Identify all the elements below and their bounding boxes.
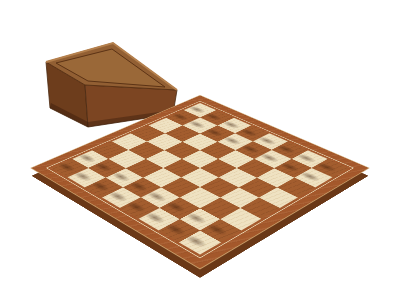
square-h1[interactable]: ♜ <box>179 230 221 254</box>
piece-glyph: ♜ <box>171 182 228 246</box>
chess-set-photo-stage: ♜♞♝♛♚♝♞♜♟♟♟♟♟♟♟♟♟♟♟♟♟♟♟♟♜♞♝♛♚♝♞♜ <box>0 0 400 300</box>
square-h6[interactable] <box>277 177 315 197</box>
piece-glyph: ♟ <box>292 134 334 181</box>
chess-board: ♜♞♝♛♚♝♞♜♟♟♟♟♟♟♟♟♟♟♟♟♟♟♟♟♜♞♝♛♚♝♞♜ <box>30 95 369 269</box>
